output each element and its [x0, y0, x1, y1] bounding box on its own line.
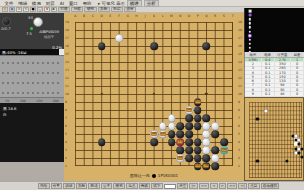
row-label-right: 1 — [238, 164, 240, 168]
table-cell: 9 — [245, 92, 262, 96]
left-panel: AI0.7 34 7.5 AI超PV0039 模拟中 0.2% 黑:40% -1… — [0, 13, 64, 181]
toolbar-button[interactable]: 打谱 — [58, 7, 70, 12]
undo-icon[interactable]: ↺ — [16, 7, 22, 12]
open-icon[interactable]: ▤ — [2, 7, 8, 12]
row-label-left: 16 — [65, 44, 69, 48]
main-go-board[interactable]: 星阵让一先 1P1K0301 ABCDEFGHJKLMNOPQRST191918… — [64, 13, 244, 181]
row-label-left: 11 — [65, 84, 69, 88]
white-stone — [203, 122, 211, 130]
move-input[interactable] — [164, 184, 176, 189]
bottom-button[interactable]: 托管 — [38, 183, 50, 189]
black-stone — [194, 154, 202, 162]
row-label-left: 17 — [65, 36, 69, 40]
row-label-right: 7 — [238, 116, 240, 120]
engine-status-dot — [30, 27, 33, 30]
variation-black-stone — [300, 147, 303, 150]
row-label-left: 14 — [65, 60, 69, 64]
column-label: A — [74, 14, 76, 18]
black-stone — [194, 122, 202, 130]
table-header-cell: 胜率 — [262, 53, 275, 57]
black-stone — [220, 138, 228, 146]
row-label-left: 19 — [65, 20, 69, 24]
black-stone-icon[interactable]: ● — [30, 7, 36, 12]
redo-icon[interactable]: ↻ — [23, 7, 29, 12]
row-label-left: 12 — [65, 76, 69, 80]
move-count: 34 — [28, 15, 33, 20]
white-stone — [203, 130, 211, 138]
white-stone — [211, 122, 219, 130]
black-stone — [185, 114, 193, 122]
graph-note-black: 黑 18.6 — [3, 106, 16, 111]
white-player-avatar — [33, 17, 43, 27]
row-label-right: 2 — [238, 156, 240, 160]
menu-item[interactable]: 帮助 — [80, 1, 94, 6]
column-label: R — [214, 14, 216, 18]
tree-node-dot[interactable] — [249, 38, 251, 40]
move-number-tag: 36 — [204, 164, 209, 167]
menu-item[interactable]: 窗口 — [66, 1, 80, 6]
column-label: E — [109, 14, 111, 18]
tree-node-dot[interactable] — [249, 43, 251, 45]
menu-status-text: ▸ 可视化 靠右 — [98, 1, 125, 6]
row-label-left: 3 — [65, 148, 67, 152]
bottom-button[interactable]: 悔棋 — [139, 183, 151, 189]
graph-note-white: 白 — [3, 112, 7, 117]
row-label-right: 19 — [238, 20, 242, 24]
variation-move-tag: 6 — [291, 147, 294, 150]
row-label-right: 4 — [238, 140, 240, 144]
tree-node-dot[interactable] — [249, 47, 251, 49]
star-icon[interactable]: ★ — [44, 7, 50, 12]
move-number-tag: 54 — [195, 164, 200, 167]
row-label-left: 15 — [65, 52, 69, 56]
row-label-right: 11 — [238, 84, 242, 88]
white-player-name: AI超PV0039 — [34, 30, 64, 34]
move-number-tag: 58 — [221, 148, 226, 151]
graph-tick-label: 200 — [53, 99, 59, 103]
row-label-left: 9 — [65, 100, 67, 104]
tree-node-dot[interactable] — [249, 18, 251, 20]
black-stone — [168, 138, 176, 146]
column-label: J — [145, 14, 146, 18]
row-label-right: 8 — [238, 108, 240, 112]
winrate-graph[interactable]: 黑 18.6 白 — [0, 103, 64, 162]
table-cell: 48 — [275, 92, 292, 96]
info-text-line — [2, 72, 62, 74]
column-label: L — [162, 14, 164, 18]
bottom-button[interactable]: 选点 — [126, 183, 138, 189]
bottom-button[interactable]: 自动模拟 — [261, 183, 280, 189]
bottom-button[interactable]: >| — [238, 183, 247, 189]
bottom-button[interactable]: 点目 — [248, 183, 260, 189]
bottom-button[interactable]: << — [199, 183, 209, 189]
black-stone — [194, 138, 202, 146]
column-label: P — [197, 14, 199, 18]
white-stone — [211, 154, 219, 162]
black-stone — [98, 138, 106, 146]
black-stone — [211, 130, 219, 138]
white-stone — [168, 122, 176, 130]
go-analysis-app: 文件编辑棋局对弈AI窗口帮助▸ 可视化 靠右棋谱分析 ▤▦↺↻●○★▶打谱对弈研… — [0, 0, 304, 190]
row-label-left: 1 — [65, 164, 67, 168]
row-label-right: 3 — [238, 148, 240, 152]
toolbar-button[interactable]: 研究 — [84, 7, 96, 12]
variation-board[interactable]: 26 — [244, 97, 304, 181]
bottom-button[interactable]: 试下 — [151, 183, 163, 189]
row-label-right: 16 — [238, 44, 242, 48]
move-number-tag: 50 — [186, 108, 191, 111]
black-stone — [176, 122, 184, 130]
tree-node-dot[interactable] — [249, 30, 251, 32]
column-label: K — [153, 14, 155, 18]
white-stone — [168, 114, 176, 122]
row-label-right: 9 — [238, 100, 240, 104]
bottom-button[interactable]: > — [219, 183, 226, 189]
row-label-right: 6 — [238, 124, 240, 128]
tree-node-current[interactable] — [249, 34, 251, 36]
candidate-move-table: 顺序胜率计算量目差1(R6)0.42.7k120.1350030.1260040… — [244, 52, 304, 97]
menu-item[interactable]: 编辑 — [16, 1, 30, 6]
black-stone — [203, 114, 211, 122]
black-stone — [211, 162, 219, 170]
row-label-left: 18 — [65, 28, 69, 32]
menu-bar: 文件编辑棋局对弈AI窗口帮助▸ 可视化 靠右棋谱分析 — [0, 0, 304, 7]
board-status-bar: 星阵让一先 1P1K0301 — [64, 170, 244, 181]
toolbar-button[interactable]: 标记 — [111, 7, 123, 12]
row-label-right: 13 — [238, 68, 242, 72]
row-label-right: 18 — [238, 28, 242, 32]
row-label-left: 13 — [65, 68, 69, 72]
move-number-tag: 40 — [178, 156, 183, 159]
tree-node-purple[interactable] — [249, 14, 252, 17]
toolbar-button[interactable]: 设置 — [124, 7, 136, 12]
column-label: O — [188, 14, 191, 18]
table-cell: 0.1 — [262, 92, 275, 96]
variation-move-tag: 2 — [300, 134, 303, 137]
column-label: G — [127, 14, 129, 18]
black-stone — [185, 130, 193, 138]
column-label: T — [232, 14, 234, 18]
analysis-info-area — [0, 55, 64, 97]
column-label: D — [100, 14, 102, 18]
play-icon[interactable]: ▶ — [51, 7, 57, 12]
black-to-move-icon — [152, 174, 156, 178]
table-cell: 0 — [291, 92, 304, 96]
info-text-line — [2, 62, 62, 64]
column-label: N — [179, 14, 181, 18]
bottom-button[interactable]: |< — [189, 183, 198, 189]
white-player-status: 模拟中 — [34, 35, 64, 39]
black-stone — [194, 146, 202, 154]
bottom-button[interactable]: >> — [227, 183, 237, 189]
black-stone — [98, 42, 106, 50]
row-label-left: 7 — [65, 116, 67, 120]
menu-tab[interactable]: 分析 — [144, 0, 159, 7]
info-text-line — [2, 92, 62, 94]
toolbar-button[interactable]: 形势 — [98, 7, 110, 12]
graph-tick-label: 100 — [20, 99, 26, 103]
column-label: Q — [205, 14, 208, 18]
black-stone — [176, 130, 184, 138]
game-tree-panel[interactable] — [244, 8, 304, 52]
menu-item[interactable]: AI — [57, 1, 66, 6]
black-stone — [150, 42, 158, 50]
tree-node-dot[interactable] — [249, 26, 251, 28]
white-stone — [159, 122, 167, 130]
white-stone — [203, 146, 211, 154]
black-stone — [168, 130, 176, 138]
row-label-left: 4 — [65, 140, 67, 144]
column-label: B — [83, 14, 85, 18]
menu-item[interactable]: 文件 — [2, 1, 16, 6]
board-status-right: 1P1K0301 — [158, 173, 178, 178]
info-text-line — [2, 82, 62, 84]
move-number-tag: 53 — [195, 100, 200, 103]
row-label-left: 6 — [65, 124, 67, 128]
black-stone — [203, 42, 211, 50]
black-stone — [176, 146, 184, 154]
board-status-left: 星阵让一先 — [130, 173, 150, 178]
bottom-button[interactable]: 官子 — [101, 183, 113, 189]
black-stone — [203, 154, 211, 162]
tree-node-dot[interactable] — [249, 22, 251, 24]
black-stone — [194, 106, 202, 114]
black-player-avatar — [2, 17, 11, 26]
column-label: M — [170, 14, 173, 18]
player-info-panel: AI0.7 34 7.5 AI超PV0039 模拟中 — [0, 13, 64, 44]
column-label: F — [118, 14, 120, 18]
move-number-tag: 44 — [160, 132, 165, 135]
white-stone — [203, 138, 211, 146]
column-label: C — [92, 14, 94, 18]
row-label-right: 5 — [238, 132, 240, 136]
toolbar-button[interactable]: 对弈 — [71, 7, 83, 12]
row-label-right: 15 — [238, 52, 242, 56]
menu-tab[interactable]: 棋谱 — [127, 0, 142, 7]
black-stone — [185, 154, 193, 162]
menu-item[interactable]: 棋局 — [30, 1, 44, 6]
black-stone — [185, 122, 193, 130]
black-player-name: AI0.7 — [1, 26, 23, 31]
black-stone — [185, 138, 193, 146]
column-label: S — [223, 14, 225, 18]
row-label-left: 2 — [65, 156, 67, 160]
tree-node-square[interactable] — [249, 10, 252, 13]
row-label-left: 10 — [65, 92, 69, 96]
row-label-right: 10 — [238, 92, 242, 96]
bottom-button[interactable]: 研究 — [113, 183, 125, 189]
row-label-right: 14 — [238, 60, 242, 64]
black-stone — [150, 138, 158, 146]
row-label-right: 12 — [238, 76, 242, 80]
menu-item[interactable]: 对弈 — [43, 1, 57, 6]
move-number-tag: 57 — [178, 140, 183, 143]
variation-black-stone — [300, 155, 303, 158]
graph-tick-label: 150 — [36, 99, 42, 103]
bottom-button[interactable]: 分享 — [51, 183, 63, 189]
bottom-button[interactable]: < — [210, 183, 217, 189]
table-header-cell: 计算量 — [275, 53, 292, 57]
bottom-button[interactable]: 形势 — [76, 183, 88, 189]
row-label-left: 5 — [65, 132, 67, 136]
black-stone — [211, 146, 219, 154]
column-label: H — [135, 14, 137, 18]
black-stone — [194, 114, 202, 122]
bottom-toolbar: 托管分享训练形势死活官子研究选点悔棋试下清空|<<<<>>>>|点目自动模拟 — [0, 181, 304, 190]
row-label-right: 17 — [238, 36, 242, 40]
table-header-cell: 目差 — [291, 53, 304, 57]
table-header-cell: 顺序 — [245, 53, 262, 57]
move-number-tag: 46 — [152, 132, 157, 135]
white-stone — [115, 34, 123, 42]
black-stone — [185, 146, 193, 154]
bottom-button[interactable]: 训练 — [63, 183, 75, 189]
graph-tick-label: 50 — [5, 99, 9, 103]
save-icon[interactable]: ▦ — [9, 7, 15, 12]
bottom-button[interactable]: 清空 — [177, 183, 189, 189]
white-stone-icon[interactable]: ○ — [37, 7, 43, 12]
komi-value: 7.5 — [26, 31, 32, 36]
row-label-left: 8 — [65, 108, 67, 112]
bottom-button[interactable]: 死活 — [88, 183, 100, 189]
